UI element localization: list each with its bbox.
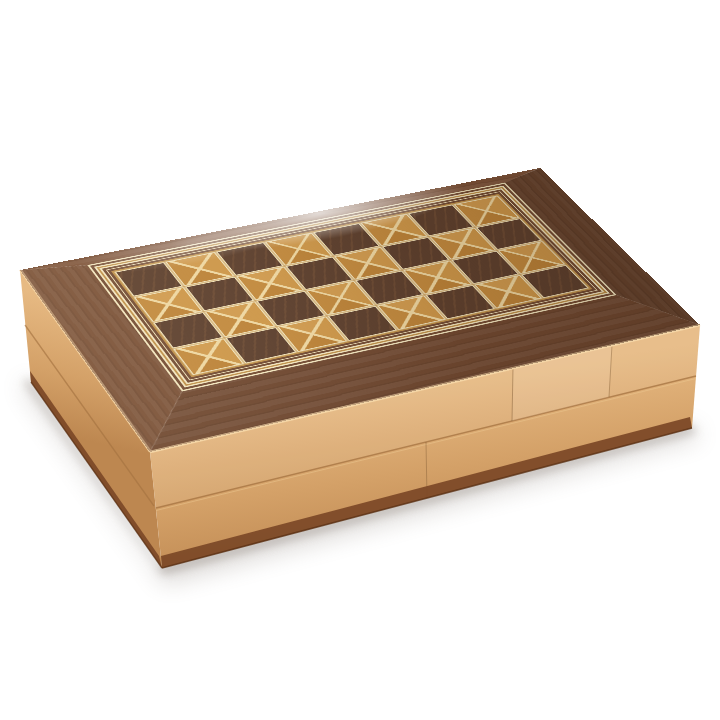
product-photo	[0, 0, 720, 720]
